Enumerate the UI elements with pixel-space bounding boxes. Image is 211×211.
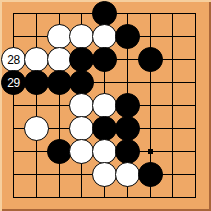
stone-white — [24, 47, 49, 72]
stone-black — [138, 162, 163, 187]
stone-white — [69, 116, 94, 141]
stone-black — [138, 47, 163, 72]
stone-black — [115, 24, 140, 49]
stone-black — [69, 47, 94, 72]
stone-black — [92, 1, 117, 26]
stone-black — [92, 47, 117, 72]
stone-black — [115, 93, 140, 118]
stone-black — [115, 116, 140, 141]
stone-black — [115, 139, 140, 164]
stone-black — [92, 116, 117, 141]
go-board: 2829 — [0, 0, 211, 211]
stone-white — [69, 24, 94, 49]
stone-white-28: 28 — [1, 47, 26, 72]
stone-white — [24, 116, 49, 141]
stone-white — [69, 139, 94, 164]
stone-white — [92, 162, 117, 187]
stone-black — [69, 70, 94, 95]
stone-black — [24, 70, 49, 95]
stone-white — [92, 93, 117, 118]
stone-white — [92, 139, 117, 164]
stone-white — [69, 93, 94, 118]
stone-white — [115, 162, 140, 187]
stones-layer: 2829 — [0, 0, 211, 211]
stone-black-29: 29 — [1, 70, 26, 95]
stone-white — [92, 24, 117, 49]
